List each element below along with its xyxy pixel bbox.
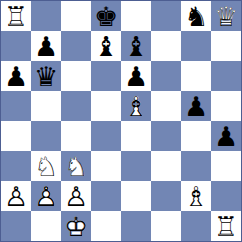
black-pawn-icon[interactable]: ♟ <box>211 121 241 151</box>
square-c4[interactable] <box>61 121 91 151</box>
square-h2[interactable] <box>211 181 241 211</box>
square-a7[interactable] <box>1 31 31 61</box>
white-piece-outline: ♘ <box>61 151 91 181</box>
square-e1[interactable] <box>121 211 151 241</box>
square-f7[interactable] <box>151 31 181 61</box>
white-bishop-icon[interactable]: ♝♗ <box>181 181 211 211</box>
square-e6[interactable]: ♟ <box>121 61 151 91</box>
square-f4[interactable] <box>151 121 181 151</box>
white-rook-icon[interactable]: ♜♖ <box>1 1 31 31</box>
white-piece-outline: ♕ <box>211 1 241 31</box>
white-bishop-icon[interactable]: ♝♗ <box>121 91 151 121</box>
square-d4[interactable] <box>91 121 121 151</box>
white-piece-outline: ♖ <box>211 211 241 241</box>
black-king-icon[interactable]: ♚ <box>91 1 121 31</box>
white-king-icon[interactable]: ♚♔ <box>61 211 91 241</box>
white-piece-outline: ♖ <box>1 1 31 31</box>
square-f3[interactable] <box>151 151 181 181</box>
square-f2[interactable] <box>151 181 181 211</box>
square-g2[interactable]: ♝♗ <box>181 181 211 211</box>
square-h8[interactable]: ♛♕ <box>211 1 241 31</box>
square-h4[interactable]: ♟ <box>211 121 241 151</box>
black-pawn-icon[interactable]: ♟ <box>31 31 61 61</box>
square-b3[interactable]: ♞♘ <box>31 151 61 181</box>
square-f8[interactable] <box>151 1 181 31</box>
square-d1[interactable] <box>91 211 121 241</box>
square-a2[interactable]: ♟♙ <box>1 181 31 211</box>
square-b7[interactable]: ♟ <box>31 31 61 61</box>
white-piece-outline: ♘ <box>31 151 61 181</box>
square-b1[interactable] <box>31 211 61 241</box>
black-pawn-icon[interactable]: ♟ <box>1 61 31 91</box>
white-piece-outline: ♗ <box>121 91 151 121</box>
white-pawn-icon[interactable]: ♟♙ <box>1 181 31 211</box>
square-e5[interactable]: ♝♗ <box>121 91 151 121</box>
square-h7[interactable] <box>211 31 241 61</box>
white-piece-outline: ♔ <box>61 211 91 241</box>
square-d3[interactable] <box>91 151 121 181</box>
square-h3[interactable] <box>211 151 241 181</box>
square-b8[interactable] <box>31 1 61 31</box>
square-c6[interactable] <box>61 61 91 91</box>
square-a8[interactable]: ♜♖ <box>1 1 31 31</box>
square-h6[interactable] <box>211 61 241 91</box>
square-d6[interactable] <box>91 61 121 91</box>
square-a6[interactable]: ♟ <box>1 61 31 91</box>
square-h5[interactable] <box>211 91 241 121</box>
square-c1[interactable]: ♚♔ <box>61 211 91 241</box>
black-bishop-icon[interactable]: ♝ <box>91 31 121 61</box>
black-pawn-icon[interactable]: ♟ <box>181 91 211 121</box>
square-g5[interactable]: ♟ <box>181 91 211 121</box>
square-a3[interactable] <box>1 151 31 181</box>
square-a1[interactable] <box>1 211 31 241</box>
square-g8[interactable]: ♞ <box>181 1 211 31</box>
square-c5[interactable] <box>61 91 91 121</box>
square-e4[interactable] <box>121 121 151 151</box>
square-g4[interactable] <box>181 121 211 151</box>
square-d5[interactable] <box>91 91 121 121</box>
square-g6[interactable] <box>181 61 211 91</box>
black-bishop-icon[interactable]: ♝ <box>121 31 151 61</box>
square-c8[interactable] <box>61 1 91 31</box>
square-b4[interactable] <box>31 121 61 151</box>
square-d8[interactable]: ♚ <box>91 1 121 31</box>
white-knight-icon[interactable]: ♞♘ <box>61 151 91 181</box>
square-f6[interactable] <box>151 61 181 91</box>
square-f5[interactable] <box>151 91 181 121</box>
square-b6[interactable]: ♛ <box>31 61 61 91</box>
white-queen-icon[interactable]: ♛♕ <box>211 1 241 31</box>
square-e7[interactable]: ♝ <box>121 31 151 61</box>
white-piece-outline: ♙ <box>1 181 31 211</box>
square-g7[interactable] <box>181 31 211 61</box>
square-b5[interactable] <box>31 91 61 121</box>
square-c3[interactable]: ♞♘ <box>61 151 91 181</box>
black-knight-icon[interactable]: ♞ <box>181 1 211 31</box>
white-piece-outline: ♙ <box>31 181 61 211</box>
square-e2[interactable] <box>121 181 151 211</box>
square-g3[interactable] <box>181 151 211 181</box>
square-d2[interactable] <box>91 181 121 211</box>
square-e8[interactable] <box>121 1 151 31</box>
square-c7[interactable] <box>61 31 91 61</box>
square-e3[interactable] <box>121 151 151 181</box>
square-c2[interactable]: ♟♙ <box>61 181 91 211</box>
white-piece-outline: ♗ <box>181 181 211 211</box>
square-a4[interactable] <box>1 121 31 151</box>
square-d7[interactable]: ♝ <box>91 31 121 61</box>
black-queen-icon[interactable]: ♛ <box>31 61 61 91</box>
square-f1[interactable] <box>151 211 181 241</box>
square-b2[interactable]: ♟♙ <box>31 181 61 211</box>
square-a5[interactable] <box>1 91 31 121</box>
black-pawn-icon[interactable]: ♟ <box>121 61 151 91</box>
square-g1[interactable] <box>181 211 211 241</box>
white-pawn-icon[interactable]: ♟♙ <box>31 181 61 211</box>
white-rook-icon[interactable]: ♜♖ <box>211 211 241 241</box>
white-pawn-icon[interactable]: ♟♙ <box>61 181 91 211</box>
white-piece-outline: ♙ <box>61 181 91 211</box>
white-knight-icon[interactable]: ♞♘ <box>31 151 61 181</box>
square-h1[interactable]: ♜♖ <box>211 211 241 241</box>
chess-board: ♜♖♚♞♛♕♟♝♝♟♛♟♝♗♟♟♞♘♞♘♟♙♟♙♟♙♝♗♚♔♜♖ <box>0 0 242 242</box>
